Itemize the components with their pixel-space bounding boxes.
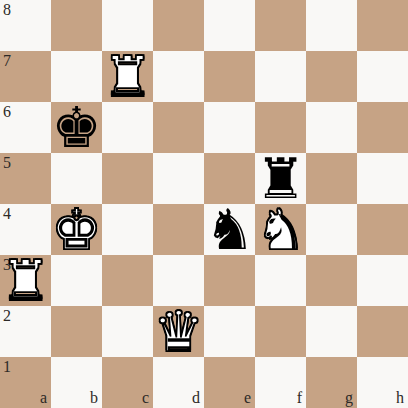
file-label-c: c <box>142 390 149 406</box>
square-c3[interactable] <box>102 255 153 306</box>
square-c2[interactable] <box>102 306 153 357</box>
square-h6[interactable] <box>357 102 408 153</box>
rank-label-8: 8 <box>3 2 11 18</box>
square-d8[interactable] <box>153 0 204 51</box>
square-e7[interactable] <box>204 51 255 102</box>
square-b6[interactable]: ♚ <box>51 102 102 153</box>
square-d6[interactable] <box>153 102 204 153</box>
square-b8[interactable] <box>51 0 102 51</box>
square-d5[interactable] <box>153 153 204 204</box>
square-c4[interactable] <box>102 204 153 255</box>
file-label-d: d <box>192 390 200 406</box>
square-a7[interactable]: 7 <box>0 51 51 102</box>
square-d2[interactable]: ♛ <box>153 306 204 357</box>
square-d4[interactable] <box>153 204 204 255</box>
square-h2[interactable] <box>357 306 408 357</box>
file-label-g: g <box>345 390 353 406</box>
rank-label-7: 7 <box>3 53 11 69</box>
square-e8[interactable] <box>204 0 255 51</box>
square-e4[interactable]: ♞ <box>204 204 255 255</box>
square-h7[interactable] <box>357 51 408 102</box>
piece-white-rook-c7[interactable]: ♜ <box>102 51 153 102</box>
square-h4[interactable] <box>357 204 408 255</box>
square-b1[interactable]: b <box>51 357 102 408</box>
square-b3[interactable] <box>51 255 102 306</box>
square-a8[interactable]: 8 <box>0 0 51 51</box>
square-c1[interactable]: c <box>102 357 153 408</box>
file-label-b: b <box>90 390 98 406</box>
piece-white-rook-a3[interactable]: ♜ <box>0 255 51 306</box>
square-c6[interactable] <box>102 102 153 153</box>
square-b4[interactable]: ♚ <box>51 204 102 255</box>
file-label-a: a <box>40 390 47 406</box>
square-a5[interactable]: 5 <box>0 153 51 204</box>
square-f2[interactable] <box>255 306 306 357</box>
square-g5[interactable] <box>306 153 357 204</box>
square-f4[interactable]: ♞ <box>255 204 306 255</box>
square-f8[interactable] <box>255 0 306 51</box>
file-label-h: h <box>396 390 404 406</box>
square-g3[interactable] <box>306 255 357 306</box>
square-g1[interactable]: g <box>306 357 357 408</box>
file-label-f: f <box>297 390 302 406</box>
square-e2[interactable] <box>204 306 255 357</box>
square-c7[interactable]: ♜ <box>102 51 153 102</box>
piece-white-queen-d2[interactable]: ♛ <box>153 306 204 357</box>
square-g6[interactable] <box>306 102 357 153</box>
square-d1[interactable]: d <box>153 357 204 408</box>
square-h3[interactable] <box>357 255 408 306</box>
piece-white-king-b4[interactable]: ♚ <box>51 204 102 255</box>
rank-label-2: 2 <box>3 308 11 324</box>
square-a6[interactable]: 6 <box>0 102 51 153</box>
square-e6[interactable] <box>204 102 255 153</box>
square-f3[interactable] <box>255 255 306 306</box>
square-f7[interactable] <box>255 51 306 102</box>
piece-black-knight-e4[interactable]: ♞ <box>204 204 255 255</box>
rank-label-5: 5 <box>3 155 11 171</box>
rank-label-6: 6 <box>3 104 11 120</box>
square-g4[interactable] <box>306 204 357 255</box>
piece-white-knight-f4[interactable]: ♞ <box>255 204 306 255</box>
square-g8[interactable] <box>306 0 357 51</box>
rank-label-4: 4 <box>3 206 11 222</box>
square-a1[interactable]: 1a <box>0 357 51 408</box>
square-g7[interactable] <box>306 51 357 102</box>
square-h8[interactable] <box>357 0 408 51</box>
rank-label-1: 1 <box>3 359 11 375</box>
square-a2[interactable]: 2 <box>0 306 51 357</box>
square-g2[interactable] <box>306 306 357 357</box>
chess-board: 87♜6♚5♜4♚♞♞3♜2♛1abcdefgh <box>0 0 408 408</box>
square-d7[interactable] <box>153 51 204 102</box>
square-a3[interactable]: 3♜ <box>0 255 51 306</box>
square-b2[interactable] <box>51 306 102 357</box>
file-label-e: e <box>244 390 251 406</box>
square-h1[interactable]: h <box>357 357 408 408</box>
square-c5[interactable] <box>102 153 153 204</box>
square-e3[interactable] <box>204 255 255 306</box>
piece-black-king-b6[interactable]: ♚ <box>51 102 102 153</box>
square-f1[interactable]: f <box>255 357 306 408</box>
square-h5[interactable] <box>357 153 408 204</box>
square-e1[interactable]: e <box>204 357 255 408</box>
